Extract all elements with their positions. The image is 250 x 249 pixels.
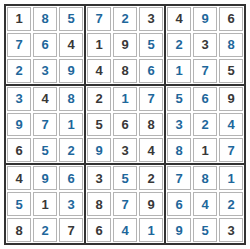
cell-digit: 4 <box>147 144 154 157</box>
sudoku-cell[interactable]: 7 <box>113 192 137 216</box>
cell-digit: 9 <box>15 118 22 131</box>
sudoku-cell[interactable]: 3 <box>113 138 137 162</box>
cell-digit: 4 <box>121 224 128 237</box>
cell-digit: 9 <box>175 224 182 237</box>
sudoku-cell[interactable]: 5 <box>167 87 191 111</box>
sudoku-cell[interactable]: 8 <box>219 33 243 57</box>
cell-digit: 7 <box>95 12 102 25</box>
cell-digit: 3 <box>147 12 154 25</box>
sudoku-cell[interactable]: 7 <box>87 7 111 31</box>
cell-digit: 3 <box>41 64 48 77</box>
cell-digit: 2 <box>121 12 128 25</box>
cell-digit: 5 <box>95 118 102 131</box>
sudoku-cell[interactable]: 3 <box>139 7 163 31</box>
sudoku-box: 352879641 <box>86 165 164 243</box>
sudoku-box: 348971652 <box>6 86 84 164</box>
cell-digit: 7 <box>121 198 128 211</box>
sudoku-cell[interactable]: 5 <box>33 138 57 162</box>
sudoku-cell[interactable]: 4 <box>219 113 243 137</box>
sudoku-cell[interactable]: 4 <box>167 7 191 31</box>
sudoku-box: 569324817 <box>166 86 244 164</box>
sudoku-cell[interactable]: 5 <box>193 218 217 242</box>
sudoku-cell[interactable]: 3 <box>87 166 111 190</box>
cell-digit: 3 <box>95 172 102 185</box>
sudoku-cell[interactable]: 9 <box>7 113 31 137</box>
cell-digit: 6 <box>67 172 74 185</box>
sudoku-cell[interactable]: 3 <box>59 192 83 216</box>
sudoku-cell[interactable]: 7 <box>193 59 217 83</box>
sudoku-cell[interactable]: 8 <box>113 59 137 83</box>
sudoku-cell[interactable]: 7 <box>59 218 83 242</box>
cell-digit: 1 <box>147 224 154 237</box>
cell-digit: 6 <box>147 64 154 77</box>
sudoku-cell[interactable]: 6 <box>113 113 137 137</box>
cell-digit: 9 <box>41 172 48 185</box>
sudoku-cell[interactable]: 6 <box>193 87 217 111</box>
sudoku-cell[interactable]: 6 <box>33 33 57 57</box>
sudoku-cell[interactable]: 5 <box>113 166 137 190</box>
sudoku-cell[interactable]: 7 <box>139 87 163 111</box>
sudoku-box: 185764239 <box>6 6 84 84</box>
sudoku-cell[interactable]: 2 <box>219 192 243 216</box>
sudoku-cell[interactable]: 5 <box>219 59 243 83</box>
cell-digit: 6 <box>121 118 128 131</box>
sudoku-cell[interactable]: 3 <box>33 59 57 83</box>
sudoku-cell[interactable]: 5 <box>7 192 31 216</box>
sudoku-cell[interactable]: 2 <box>193 113 217 137</box>
cell-digit: 8 <box>95 198 102 211</box>
cell-digit: 6 <box>175 198 182 211</box>
cell-digit: 3 <box>15 92 22 105</box>
cell-digit: 8 <box>147 118 154 131</box>
cell-digit: 5 <box>227 64 234 77</box>
sudoku-cell[interactable]: 6 <box>7 138 31 162</box>
cell-digit: 9 <box>121 38 128 51</box>
cell-digit: 3 <box>121 144 128 157</box>
sudoku-box: 723195486 <box>86 6 164 84</box>
sudoku-cell[interactable]: 6 <box>167 192 191 216</box>
sudoku-cell[interactable]: 7 <box>167 166 191 190</box>
cell-digit: 7 <box>41 118 48 131</box>
sudoku-cell[interactable]: 3 <box>7 87 31 111</box>
sudoku-cell[interactable]: 6 <box>219 7 243 31</box>
sudoku-cell[interactable]: 2 <box>113 7 137 31</box>
sudoku-cell[interactable]: 1 <box>87 33 111 57</box>
sudoku-cell[interactable]: 7 <box>219 138 243 162</box>
cell-digit: 1 <box>121 92 128 105</box>
sudoku-cell[interactable]: 8 <box>167 138 191 162</box>
sudoku-cell[interactable]: 9 <box>193 7 217 31</box>
sudoku-cell[interactable]: 1 <box>59 113 83 137</box>
sudoku-cell[interactable]: 6 <box>59 166 83 190</box>
sudoku-cell[interactable]: 6 <box>139 59 163 83</box>
cell-digit: 8 <box>227 38 234 51</box>
sudoku-cell[interactable]: 2 <box>139 166 163 190</box>
sudoku-cell[interactable]: 8 <box>59 87 83 111</box>
sudoku-cell[interactable]: 7 <box>7 33 31 57</box>
sudoku-cell[interactable]: 9 <box>219 87 243 111</box>
cell-digit: 2 <box>67 144 74 157</box>
cell-digit: 9 <box>201 12 208 25</box>
cell-digit: 5 <box>175 92 182 105</box>
cell-digit: 7 <box>15 38 22 51</box>
cell-digit: 9 <box>67 64 74 77</box>
sudoku-cell[interactable]: 1 <box>113 87 137 111</box>
cell-digit: 9 <box>147 198 154 211</box>
cell-digit: 2 <box>147 172 154 185</box>
sudoku-cell[interactable]: 2 <box>59 138 83 162</box>
cell-digit: 9 <box>95 144 102 157</box>
cell-digit: 2 <box>41 224 48 237</box>
sudoku-cell[interactable]: 3 <box>193 33 217 57</box>
sudoku-cell[interactable]: 3 <box>219 218 243 242</box>
cell-digit: 4 <box>41 92 48 105</box>
cell-digit: 2 <box>15 64 22 77</box>
sudoku-box: 781642953 <box>166 165 244 243</box>
cell-digit: 2 <box>95 92 102 105</box>
cell-digit: 4 <box>67 38 74 51</box>
cell-digit: 4 <box>201 198 208 211</box>
sudoku-box: 496238175 <box>166 6 244 84</box>
sudoku-cell[interactable]: 4 <box>113 218 137 242</box>
sudoku-cell[interactable]: 1 <box>33 192 57 216</box>
sudoku-cell[interactable]: 4 <box>59 33 83 57</box>
cell-digit: 4 <box>15 172 22 185</box>
sudoku-cell[interactable]: 4 <box>33 87 57 111</box>
sudoku-cell[interactable]: 1 <box>193 138 217 162</box>
cell-digit: 5 <box>201 224 208 237</box>
sudoku-cell[interactable]: 2 <box>33 218 57 242</box>
cell-digit: 2 <box>227 198 234 211</box>
sudoku-cell[interactable]: 4 <box>193 192 217 216</box>
cell-digit: 7 <box>201 64 208 77</box>
cell-digit: 4 <box>95 64 102 77</box>
cell-digit: 8 <box>41 12 48 25</box>
sudoku-cell[interactable]: 5 <box>139 33 163 57</box>
cell-digit: 6 <box>95 224 102 237</box>
cell-digit: 3 <box>201 38 208 51</box>
sudoku-cell[interactable]: 8 <box>139 113 163 137</box>
cell-digit: 7 <box>227 144 234 157</box>
cell-digit: 6 <box>201 92 208 105</box>
cell-digit: 6 <box>227 12 234 25</box>
cell-digit: 6 <box>41 38 48 51</box>
sudoku-cell[interactable]: 9 <box>139 192 163 216</box>
sudoku-cell[interactable]: 2 <box>167 33 191 57</box>
sudoku-cell[interactable]: 8 <box>33 7 57 31</box>
cell-digit: 1 <box>227 172 234 185</box>
sudoku-cell[interactable]: 9 <box>33 166 57 190</box>
cell-digit: 7 <box>147 92 154 105</box>
cell-digit: 8 <box>121 64 128 77</box>
sudoku-cell[interactable]: 1 <box>7 7 31 31</box>
cell-digit: 6 <box>15 144 22 157</box>
sudoku-cell[interactable]: 6 <box>87 218 111 242</box>
sudoku-board: 1857642397231954864962381753489716522175… <box>4 4 246 245</box>
cell-digit: 5 <box>15 198 22 211</box>
cell-digit: 4 <box>227 118 234 131</box>
sudoku-box: 217568934 <box>86 86 164 164</box>
cell-digit: 8 <box>67 92 74 105</box>
sudoku-cell[interactable]: 1 <box>219 166 243 190</box>
cell-digit: 1 <box>67 118 74 131</box>
cell-digit: 2 <box>175 38 182 51</box>
sudoku-cell[interactable]: 1 <box>167 59 191 83</box>
sudoku-cell[interactable]: 3 <box>167 113 191 137</box>
sudoku-cell[interactable]: 8 <box>193 166 217 190</box>
cell-digit: 5 <box>147 38 154 51</box>
sudoku-cell[interactable]: 5 <box>87 113 111 137</box>
cell-digit: 1 <box>15 12 22 25</box>
cell-digit: 9 <box>227 92 234 105</box>
cell-digit: 7 <box>175 172 182 185</box>
cell-digit: 1 <box>41 198 48 211</box>
sudoku-cell[interactable]: 2 <box>7 59 31 83</box>
cell-digit: 1 <box>175 64 182 77</box>
cell-digit: 7 <box>67 224 74 237</box>
cell-digit: 5 <box>67 12 74 25</box>
cell-digit: 2 <box>201 118 208 131</box>
sudoku-cell[interactable]: 1 <box>139 218 163 242</box>
sudoku-cell[interactable]: 9 <box>113 33 137 57</box>
cell-digit: 8 <box>175 144 182 157</box>
sudoku-cell[interactable]: 9 <box>87 138 111 162</box>
cell-digit: 8 <box>15 224 22 237</box>
sudoku-box: 496513827 <box>6 165 84 243</box>
sudoku-cell[interactable]: 4 <box>7 166 31 190</box>
cell-digit: 3 <box>67 198 74 211</box>
sudoku-cell[interactable]: 8 <box>87 192 111 216</box>
sudoku-cell[interactable]: 8 <box>7 218 31 242</box>
sudoku-cell[interactable]: 2 <box>87 87 111 111</box>
cell-digit: 1 <box>201 144 208 157</box>
sudoku-cell[interactable]: 5 <box>59 7 83 31</box>
cell-digit: 3 <box>175 118 182 131</box>
sudoku-cell[interactable]: 4 <box>139 138 163 162</box>
sudoku-page: 1857642397231954864962381753489716522175… <box>0 0 250 249</box>
sudoku-cell[interactable]: 4 <box>87 59 111 83</box>
cell-digit: 1 <box>95 38 102 51</box>
cell-digit: 8 <box>201 172 208 185</box>
sudoku-cell[interactable]: 7 <box>33 113 57 137</box>
cell-digit: 4 <box>175 12 182 25</box>
cell-digit: 5 <box>41 144 48 157</box>
cell-digit: 5 <box>121 172 128 185</box>
sudoku-cell[interactable]: 9 <box>59 59 83 83</box>
sudoku-cell[interactable]: 9 <box>167 218 191 242</box>
cell-digit: 3 <box>227 224 234 237</box>
